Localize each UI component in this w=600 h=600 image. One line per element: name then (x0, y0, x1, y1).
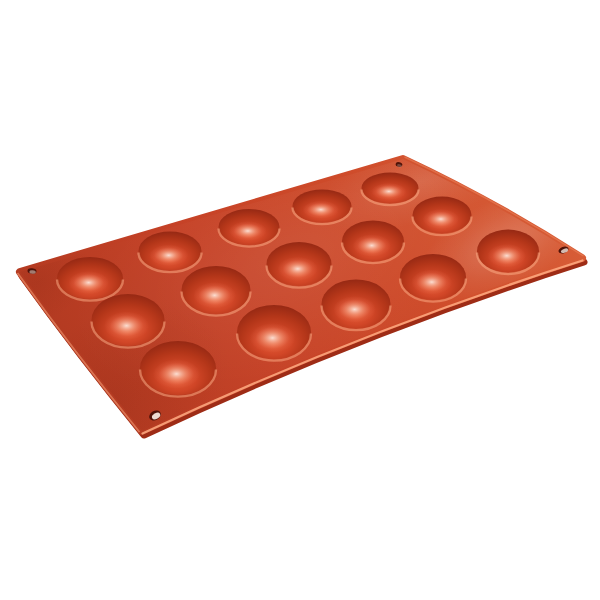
cavity (322, 280, 391, 331)
cavity (139, 232, 202, 273)
cavity (267, 242, 332, 288)
product-photo (0, 0, 600, 600)
cavity (413, 197, 472, 236)
cavity-highlight (153, 359, 200, 389)
cavity (342, 221, 404, 264)
cavity (219, 209, 280, 247)
cavity-highlight (278, 257, 318, 281)
cavity-highlight (104, 311, 149, 340)
cavity-highlight (353, 234, 391, 257)
cavity (57, 257, 123, 301)
cavity-highlight (371, 183, 406, 200)
photo-frame (0, 0, 600, 600)
cavity-highlight (193, 282, 236, 308)
cavity (237, 305, 311, 361)
cavity (92, 294, 165, 348)
cavity (140, 341, 216, 397)
cavity-highlight (149, 245, 188, 266)
cavity-highlight (229, 221, 267, 241)
cavity-highlight (333, 296, 376, 323)
cavity-highlight (411, 269, 452, 294)
cavity (477, 230, 539, 275)
cavity-highlight (68, 271, 109, 294)
cavity (182, 266, 251, 316)
cavity-highlight (303, 201, 340, 219)
cavity (362, 173, 419, 206)
cavity-highlight (250, 323, 296, 353)
cavity-highlight (423, 209, 460, 229)
cavity (400, 254, 466, 302)
cavity (293, 190, 352, 225)
cavity-highlight (488, 244, 526, 268)
